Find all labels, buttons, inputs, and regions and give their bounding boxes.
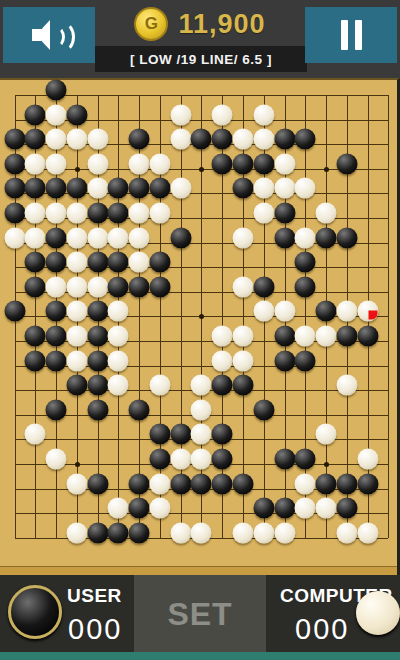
bottom-bar: USER 000 SET COMPUTER 000 <box>0 575 400 660</box>
white-stone <box>212 326 233 347</box>
white-stone <box>274 153 295 174</box>
white-stone <box>66 350 87 371</box>
black-stone <box>87 301 108 322</box>
black-stone <box>295 350 316 371</box>
white-stone <box>253 301 274 322</box>
black-stone <box>25 350 46 371</box>
white-stone <box>46 104 67 125</box>
white-stone <box>357 449 378 470</box>
white-stone <box>25 227 46 248</box>
black-stone <box>87 473 108 494</box>
go-board[interactable] <box>0 78 400 575</box>
white-stone <box>357 301 378 322</box>
black-stone <box>66 178 87 199</box>
black-stone <box>336 473 357 494</box>
white-stone <box>149 375 170 396</box>
black-stone <box>316 227 337 248</box>
black-stone <box>25 326 46 347</box>
white-stone <box>108 227 129 248</box>
white-stone <box>274 178 295 199</box>
white-stone <box>46 203 67 224</box>
user-label: USER <box>67 585 122 607</box>
black-stone <box>274 350 295 371</box>
white-stone <box>25 153 46 174</box>
white-stone <box>66 473 87 494</box>
white-stone <box>253 178 274 199</box>
black-stone <box>129 129 150 150</box>
black-stone <box>295 449 316 470</box>
black-stone <box>66 375 87 396</box>
black-stone <box>87 522 108 543</box>
level-info-strip: [ LOW /19 LINE/ 6.5 ] <box>95 46 307 72</box>
black-stone <box>108 276 129 297</box>
black-stone <box>46 326 67 347</box>
white-stone <box>149 473 170 494</box>
black-stone <box>212 449 233 470</box>
black-stone <box>336 153 357 174</box>
go-game-app: G 11,900 [ LOW /19 LINE/ 6.5 ] USER 000 … <box>0 0 400 660</box>
white-stone <box>170 104 191 125</box>
black-stone <box>295 129 316 150</box>
black-stone <box>149 449 170 470</box>
white-stone <box>108 301 129 322</box>
white-stone <box>66 252 87 273</box>
black-stone <box>66 104 87 125</box>
black-stone <box>274 326 295 347</box>
white-stone <box>253 104 274 125</box>
white-stone <box>66 203 87 224</box>
black-stone <box>232 178 253 199</box>
white-stone <box>170 522 191 543</box>
white-stone <box>108 326 129 347</box>
black-stone <box>253 276 274 297</box>
white-stone <box>46 153 67 174</box>
black-stone <box>212 129 233 150</box>
black-stone <box>253 399 274 420</box>
white-stone <box>191 449 212 470</box>
black-stone <box>46 227 67 248</box>
white-stone <box>274 522 295 543</box>
last-move-marker <box>368 311 377 320</box>
white-stone <box>274 301 295 322</box>
black-stone <box>336 227 357 248</box>
hoshi-point <box>324 462 329 467</box>
hoshi-point <box>324 167 329 172</box>
black-stone <box>129 178 150 199</box>
black-stone <box>108 178 129 199</box>
black-stone <box>87 399 108 420</box>
black-stone <box>46 178 67 199</box>
white-stone <box>212 104 233 125</box>
black-stone <box>46 80 67 101</box>
white-stone <box>108 375 129 396</box>
computer-white-stone-icon <box>356 591 400 635</box>
white-stone <box>316 326 337 347</box>
white-stone <box>212 350 233 371</box>
white-stone <box>316 498 337 519</box>
black-stone <box>212 424 233 445</box>
black-stone <box>4 153 25 174</box>
black-stone <box>253 153 274 174</box>
white-stone <box>253 203 274 224</box>
white-stone <box>191 399 212 420</box>
black-stone <box>4 203 25 224</box>
black-stone <box>295 276 316 297</box>
black-stone <box>191 473 212 494</box>
white-stone <box>66 301 87 322</box>
grid-line-v <box>388 95 389 538</box>
white-stone <box>191 375 212 396</box>
black-stone <box>108 522 129 543</box>
black-stone <box>212 153 233 174</box>
grid-line-v <box>181 95 182 538</box>
white-stone <box>129 252 150 273</box>
white-stone <box>129 153 150 174</box>
bottom-accent-strip <box>0 652 400 660</box>
white-stone <box>87 227 108 248</box>
coin-icon: G <box>134 7 168 41</box>
white-stone <box>66 276 87 297</box>
black-stone <box>25 104 46 125</box>
white-stone <box>316 203 337 224</box>
black-stone <box>129 473 150 494</box>
black-stone <box>4 129 25 150</box>
white-stone <box>253 522 274 543</box>
pause-icon <box>341 20 362 50</box>
white-stone <box>232 227 253 248</box>
white-stone <box>87 153 108 174</box>
black-stone <box>170 424 191 445</box>
black-stone <box>170 227 191 248</box>
black-stone <box>316 473 337 494</box>
black-stone <box>108 203 129 224</box>
set-button-label: SET <box>167 596 232 633</box>
black-stone <box>87 350 108 371</box>
black-stone <box>274 203 295 224</box>
black-stone <box>295 252 316 273</box>
white-stone <box>336 375 357 396</box>
white-stone <box>336 301 357 322</box>
black-stone <box>274 129 295 150</box>
black-stone <box>232 473 253 494</box>
white-stone <box>25 203 46 224</box>
white-stone <box>232 522 253 543</box>
black-stone <box>191 129 212 150</box>
white-stone <box>232 326 253 347</box>
white-stone <box>170 129 191 150</box>
white-stone <box>129 227 150 248</box>
black-stone <box>212 375 233 396</box>
hoshi-point <box>75 167 80 172</box>
white-stone <box>149 203 170 224</box>
white-stone <box>232 129 253 150</box>
white-stone <box>87 276 108 297</box>
black-stone <box>274 498 295 519</box>
black-stone <box>25 276 46 297</box>
white-stone <box>336 522 357 543</box>
white-stone <box>87 178 108 199</box>
black-stone <box>129 276 150 297</box>
black-stone <box>46 399 67 420</box>
black-stone <box>149 276 170 297</box>
white-stone <box>191 522 212 543</box>
black-stone <box>316 301 337 322</box>
black-stone <box>46 350 67 371</box>
white-stone <box>46 129 67 150</box>
white-stone <box>316 424 337 445</box>
black-stone <box>108 252 129 273</box>
black-stone <box>357 326 378 347</box>
hoshi-point <box>75 462 80 467</box>
black-stone <box>212 473 233 494</box>
hoshi-point <box>199 167 204 172</box>
black-stone <box>129 399 150 420</box>
white-stone <box>295 227 316 248</box>
white-stone <box>295 178 316 199</box>
white-stone <box>66 129 87 150</box>
white-stone <box>46 276 67 297</box>
hoshi-point <box>199 314 204 319</box>
black-stone <box>253 498 274 519</box>
black-stone <box>25 178 46 199</box>
black-stone <box>149 252 170 273</box>
white-stone <box>170 449 191 470</box>
black-stone <box>336 326 357 347</box>
white-stone <box>46 449 67 470</box>
white-stone <box>108 350 129 371</box>
black-stone <box>129 522 150 543</box>
black-stone <box>87 375 108 396</box>
black-stone <box>170 473 191 494</box>
white-stone <box>191 424 212 445</box>
white-stone <box>25 424 46 445</box>
white-stone <box>357 522 378 543</box>
black-stone <box>336 498 357 519</box>
user-captures-count: 000 <box>68 613 122 646</box>
white-stone <box>232 350 253 371</box>
black-stone <box>87 326 108 347</box>
set-button[interactable]: SET <box>134 575 266 654</box>
coin-amount: 11,900 <box>178 9 265 40</box>
black-stone <box>274 227 295 248</box>
black-stone <box>232 153 253 174</box>
black-stone <box>149 424 170 445</box>
white-stone <box>253 129 274 150</box>
black-stone <box>25 252 46 273</box>
black-stone <box>46 252 67 273</box>
white-stone <box>66 522 87 543</box>
black-stone <box>274 449 295 470</box>
black-stone <box>87 252 108 273</box>
white-stone <box>295 326 316 347</box>
black-stone <box>4 301 25 322</box>
black-stone <box>4 178 25 199</box>
black-stone <box>87 203 108 224</box>
grid-line-v <box>305 95 306 538</box>
computer-captures-count: 000 <box>295 613 349 646</box>
white-stone <box>87 129 108 150</box>
black-stone <box>357 473 378 494</box>
white-stone <box>4 227 25 248</box>
white-stone <box>232 276 253 297</box>
black-stone <box>149 178 170 199</box>
level-info-label: [ LOW /19 LINE/ 6.5 ] <box>130 52 272 67</box>
top-bar: G 11,900 [ LOW /19 LINE/ 6.5 ] <box>0 0 400 78</box>
user-black-stone-icon <box>8 585 62 639</box>
white-stone <box>295 498 316 519</box>
white-stone <box>149 498 170 519</box>
pause-button[interactable] <box>305 7 397 63</box>
white-stone <box>170 178 191 199</box>
black-stone <box>129 498 150 519</box>
white-stone <box>295 473 316 494</box>
white-stone <box>66 326 87 347</box>
white-stone <box>66 227 87 248</box>
white-stone <box>108 498 129 519</box>
black-stone <box>46 301 67 322</box>
black-stone <box>25 129 46 150</box>
black-stone <box>232 375 253 396</box>
white-stone <box>149 153 170 174</box>
white-stone <box>129 203 150 224</box>
